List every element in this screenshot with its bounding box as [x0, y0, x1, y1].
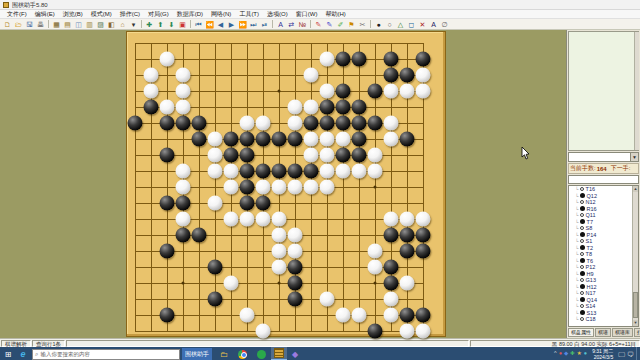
tree-branch-icon: └ — [575, 245, 579, 251]
white-stone[interactable] — [224, 180, 239, 195]
black-stone[interactable] — [128, 116, 143, 131]
move-coordinate: G13 — [586, 277, 596, 283]
toolbar-icon[interactable]: ▶ — [227, 20, 237, 29]
toolbar-icon[interactable]: ▦ — [52, 20, 62, 29]
black-stone[interactable] — [192, 116, 207, 131]
black-stone[interactable] — [272, 132, 287, 147]
tree-branch-icon: └ — [575, 271, 579, 277]
black-stone-icon — [580, 258, 585, 263]
white-stone[interactable] — [400, 84, 415, 99]
black-stone-icon — [580, 297, 585, 302]
white-stone[interactable] — [384, 292, 399, 307]
black-stone[interactable] — [256, 196, 271, 211]
scroll-up-icon[interactable]: ▲ — [633, 186, 638, 192]
black-stone[interactable] — [400, 228, 415, 243]
black-stone[interactable] — [176, 196, 191, 211]
star-point — [278, 282, 281, 285]
tree-branch-icon: └ — [575, 206, 579, 212]
black-stone[interactable] — [416, 228, 431, 243]
toolbar-icon[interactable]: ⬇ — [167, 20, 177, 29]
white-stone[interactable] — [384, 212, 399, 227]
white-stone[interactable] — [272, 244, 287, 259]
black-stone[interactable] — [336, 116, 351, 131]
white-stone[interactable] — [176, 212, 191, 227]
toolbar-icon[interactable]: 🖫 — [25, 20, 35, 29]
toolbar-icon[interactable]: ⚑ — [347, 20, 357, 29]
white-stone[interactable] — [176, 68, 191, 83]
tree-branch-icon: └ — [575, 212, 579, 218]
white-stone[interactable] — [336, 164, 351, 179]
toolbar-icon[interactable]: ⬆ — [156, 20, 166, 29]
move-coordinate: T16 — [586, 186, 595, 192]
tree-branch-icon: └ — [575, 219, 579, 225]
tray-chevron-icon[interactable]: ^ — [554, 351, 557, 357]
black-stone-icon — [580, 310, 585, 315]
toolbar-icon[interactable]: 🖶 — [36, 20, 46, 29]
notification-icon[interactable]: 🗨 — [627, 351, 634, 358]
toolbar-icon[interactable]: ⏩ — [238, 20, 248, 29]
black-stone[interactable] — [384, 228, 399, 243]
start-button[interactable]: ⊞ — [0, 347, 16, 360]
menu-item[interactable]: 窗口(W) — [292, 11, 322, 17]
white-stone[interactable] — [368, 244, 383, 259]
menu-bar: 文件(F)编辑(E)浏览(B)模式(M)操作(C)对局(G)数据库(D)网络(N… — [0, 10, 640, 19]
toolbar-icon[interactable]: ◫ — [74, 20, 84, 29]
white-stone[interactable] — [224, 164, 239, 179]
white-stone[interactable] — [304, 100, 319, 115]
move-coordinate: C18 — [586, 316, 596, 322]
tray-icon[interactable]: ● — [559, 351, 562, 357]
tray-icon[interactable]: ◆ — [564, 351, 568, 357]
toolbar-icon[interactable]: 🗁 — [14, 20, 24, 29]
menu-item[interactable]: 工具(T) — [235, 11, 263, 17]
tree-branch-icon: └ — [575, 277, 579, 283]
black-stone[interactable] — [240, 132, 255, 147]
next-move-input[interactable] — [568, 175, 639, 184]
menu-item[interactable]: 编辑(E) — [31, 11, 59, 17]
tree-branch-icon: └ — [575, 232, 579, 238]
tree-branch-icon: └ — [575, 193, 579, 199]
white-stone[interactable] — [384, 84, 399, 99]
white-stone[interactable] — [272, 180, 287, 195]
game-info-list[interactable] — [568, 31, 639, 151]
white-stone[interactable] — [416, 68, 431, 83]
board-grid[interactable] — [135, 43, 424, 332]
black-stone[interactable] — [336, 148, 351, 163]
status-bar: 棋谱解析 查询行1条 黑 89.00 白 94.00 实际 6+5=+11目 — [0, 338, 640, 347]
current-move-label: 当前手数: — [570, 164, 596, 173]
toolbar-icon[interactable]: ○ — [385, 20, 395, 29]
toolbar-icon[interactable]: ∅ — [440, 20, 450, 29]
white-stone[interactable] — [304, 68, 319, 83]
window-title: 围棋助手5.80 — [12, 2, 48, 8]
black-stone[interactable] — [160, 116, 175, 131]
white-stone[interactable] — [320, 292, 335, 307]
toolbar-icon[interactable]: ⏮ — [194, 20, 204, 29]
menu-item[interactable]: 模式(M) — [87, 11, 116, 17]
black-stone[interactable] — [256, 132, 271, 147]
green-app-icon[interactable] — [257, 350, 266, 359]
folder-icon[interactable]: 🗀 — [215, 347, 233, 360]
menu-item[interactable]: 文件(F) — [3, 11, 31, 17]
menu-item[interactable]: 浏览(B) — [59, 11, 87, 17]
title-bar: 围棋助手5.80 — [0, 0, 640, 10]
white-stone[interactable] — [304, 132, 319, 147]
black-stone-icon — [580, 193, 585, 198]
black-stone[interactable] — [352, 52, 367, 67]
move-list-scrollbar[interactable]: ▲ ▼ — [632, 186, 638, 326]
chrome-icon[interactable] — [238, 350, 247, 359]
white-stone[interactable] — [384, 308, 399, 323]
move-coordinate: Q14 — [587, 297, 597, 303]
black-stone[interactable] — [400, 132, 415, 147]
toolbar-icon[interactable]: ◧ — [107, 20, 117, 29]
black-stone[interactable] — [288, 132, 303, 147]
black-stone[interactable] — [240, 180, 255, 195]
white-stone[interactable] — [256, 116, 271, 131]
go-board[interactable] — [126, 31, 446, 337]
toolbar-icon[interactable]: ⏪ — [205, 20, 215, 29]
variation-dropdown[interactable]: ▼ — [568, 152, 639, 162]
toolbar-icon[interactable]: ◀ — [216, 20, 226, 29]
taskbar-search[interactable]: ⌕ 输入你要搜索的内容 — [32, 349, 180, 360]
move-coordinate: S1 — [586, 238, 593, 244]
black-stone[interactable] — [240, 196, 255, 211]
black-stone[interactable] — [320, 116, 335, 131]
white-stone[interactable] — [240, 212, 255, 227]
toolbar-icon[interactable]: ⇄ — [287, 20, 297, 29]
white-stone[interactable] — [176, 100, 191, 115]
black-stone[interactable] — [144, 100, 159, 115]
toolbar-icon[interactable]: ⏯ — [260, 20, 270, 29]
star-point — [182, 282, 185, 285]
move-coordinate: Q11 — [586, 212, 596, 218]
white-stone[interactable] — [320, 180, 335, 195]
toolbar-separator — [190, 20, 191, 28]
toolbar-separator — [48, 20, 49, 28]
white-stone[interactable] — [320, 164, 335, 179]
black-stone[interactable] — [256, 164, 271, 179]
black-stone[interactable] — [416, 244, 431, 259]
star-point — [278, 90, 281, 93]
black-stone[interactable] — [384, 68, 399, 83]
black-stone[interactable] — [208, 260, 223, 275]
white-stone[interactable] — [304, 180, 319, 195]
tree-branch-icon: └ — [575, 284, 579, 290]
move-list-item[interactable]: └C18 — [569, 316, 638, 323]
menu-item[interactable]: 网络(N) — [207, 11, 235, 17]
mouse-cursor — [521, 147, 530, 160]
toolbar-icon[interactable]: △ — [396, 20, 406, 29]
white-stone[interactable] — [160, 100, 175, 115]
white-stone[interactable] — [256, 324, 271, 339]
menu-item[interactable]: 帮助(H) — [321, 11, 349, 17]
toolbar-icon[interactable]: ⌂ — [118, 20, 128, 29]
move-coordinate: S14 — [586, 303, 596, 309]
toolbar-icon[interactable]: ✂ — [358, 20, 368, 29]
black-stone[interactable] — [160, 244, 175, 259]
white-stone[interactable] — [384, 116, 399, 131]
white-stone[interactable] — [400, 276, 415, 291]
black-stone[interactable] — [288, 260, 303, 275]
active-app-tile[interactable]: 围棋助手 — [182, 348, 212, 360]
white-stone-icon — [580, 252, 584, 256]
panel-tab[interactable]: 棋盘属性 — [568, 328, 594, 337]
scroll-down-icon[interactable]: ▼ — [633, 320, 638, 326]
white-stone[interactable] — [208, 196, 223, 211]
white-stone[interactable] — [208, 164, 223, 179]
black-stone-icon — [580, 219, 585, 224]
white-stone[interactable] — [416, 84, 431, 99]
tray-icon[interactable]: ● — [584, 351, 587, 357]
white-stone[interactable] — [368, 148, 383, 163]
black-stone[interactable] — [368, 84, 383, 99]
white-stone[interactable] — [304, 148, 319, 163]
white-stone-icon — [580, 278, 584, 282]
clock-date: 2024/3/5 — [594, 354, 613, 360]
black-stone[interactable] — [400, 244, 415, 259]
black-stone-icon — [580, 245, 585, 250]
white-stone-icon — [580, 304, 584, 308]
white-stone[interactable] — [272, 228, 287, 243]
black-stone[interactable] — [176, 116, 191, 131]
menu-item[interactable]: 对局(G) — [144, 11, 173, 17]
black-stone[interactable] — [208, 292, 223, 307]
taskbar-clock[interactable]: 9:31 周二 2024/3/5 — [592, 348, 613, 360]
search-placeholder: 输入你要搜索的内容 — [40, 351, 90, 358]
black-stone[interactable] — [304, 164, 319, 179]
white-stone[interactable] — [320, 132, 335, 147]
tree-branch-icon: └ — [575, 316, 579, 322]
black-stone[interactable] — [160, 196, 175, 211]
toolbar-icon[interactable]: A — [276, 20, 286, 29]
tree-branch-icon: └ — [575, 225, 579, 231]
tree-branch-icon: └ — [575, 264, 579, 270]
black-stone[interactable] — [288, 276, 303, 291]
move-coordinate: P14 — [587, 232, 597, 238]
toolbar-icon[interactable]: ⏭ — [249, 20, 259, 29]
black-stone[interactable] — [368, 324, 383, 339]
black-stone[interactable] — [352, 132, 367, 147]
tablet-icon[interactable]: 🖵 — [618, 351, 625, 358]
white-stone[interactable] — [208, 132, 223, 147]
black-stone[interactable] — [368, 116, 383, 131]
toolbar-icon[interactable]: ● — [374, 20, 384, 29]
white-stone-icon — [580, 265, 584, 269]
white-stone[interactable] — [208, 148, 223, 163]
tray-icon[interactable]: ✚ — [570, 351, 575, 357]
white-stone-icon — [580, 239, 584, 243]
toolbar-icon[interactable]: ✕ — [418, 20, 428, 29]
white-stone[interactable] — [288, 244, 303, 259]
black-stone[interactable] — [352, 148, 367, 163]
black-stone[interactable] — [400, 68, 415, 83]
tree-branch-icon: └ — [575, 290, 579, 296]
black-stone[interactable] — [352, 100, 367, 115]
toolbar-icon[interactable]: ✐ — [336, 20, 346, 29]
black-stone[interactable] — [288, 292, 303, 307]
black-stone-icon — [580, 284, 585, 289]
white-stone[interactable] — [336, 308, 351, 323]
white-stone[interactable] — [320, 84, 335, 99]
white-stone[interactable] — [176, 164, 191, 179]
tree-branch-icon: └ — [575, 258, 579, 264]
goban-icon — [274, 348, 284, 358]
move-tree-list[interactable]: ▲ ▼ └T16└Q12└N12└R16└Q11└T7└S8└P14└S1└T2… — [568, 185, 639, 327]
black-stone[interactable] — [336, 84, 351, 99]
tree-branch-icon: └ — [575, 199, 579, 205]
white-stone[interactable] — [288, 100, 303, 115]
white-stone[interactable] — [416, 212, 431, 227]
toolbar-icon[interactable]: ▨ — [96, 20, 106, 29]
white-stone-icon — [580, 213, 584, 217]
edge-icon[interactable]: e — [16, 347, 30, 360]
black-stone[interactable] — [352, 116, 367, 131]
white-stone-icon — [580, 317, 584, 321]
tree-branch-icon: └ — [575, 297, 579, 303]
toolbar-icon[interactable]: ▤ — [63, 20, 73, 29]
move-coordinate: P12 — [586, 264, 596, 270]
next-move-label: 下一手: — [611, 164, 631, 173]
black-stone[interactable] — [416, 308, 431, 323]
white-stone[interactable] — [352, 164, 367, 179]
black-stone[interactable] — [224, 132, 239, 147]
white-stone[interactable] — [240, 308, 255, 323]
panel-tab[interactable]: 棋谱 — [595, 328, 611, 337]
windows-taskbar: ⊞ e ⌕ 输入你要搜索的内容 围棋助手 🗀 ◆ ^ ●◆✚★● 9:31 周二… — [0, 347, 640, 360]
toolbar-separator — [310, 20, 311, 28]
move-coordinate: S8 — [586, 225, 593, 231]
black-stone[interactable] — [240, 148, 255, 163]
status-left: 棋谱解析 — [1, 340, 31, 347]
toolbar-separator — [141, 20, 142, 28]
scrollbar-thumb[interactable] — [633, 292, 638, 318]
white-stone[interactable] — [144, 84, 159, 99]
toolbar-icon[interactable]: ▾ — [129, 20, 139, 29]
white-stone[interactable] — [224, 212, 239, 227]
toolbar-icon[interactable]: 🗋 — [3, 20, 13, 29]
white-stone[interactable] — [320, 148, 335, 163]
tree-branch-icon: └ — [575, 186, 579, 192]
toolbar-icon[interactable]: № — [298, 20, 308, 29]
black-stone[interactable] — [192, 228, 207, 243]
black-stone[interactable] — [416, 52, 431, 67]
move-coordinate: T8 — [586, 251, 592, 257]
white-stone[interactable] — [288, 180, 303, 195]
move-coordinate: S13 — [587, 310, 597, 316]
menu-item[interactable]: 操作(C) — [116, 11, 144, 17]
toolbar-icon[interactable]: ◻ — [407, 20, 417, 29]
black-stone[interactable] — [240, 164, 255, 179]
move-coordinate: H12 — [587, 284, 597, 290]
white-stone[interactable] — [352, 308, 367, 323]
white-stone[interactable] — [368, 260, 383, 275]
star-point — [374, 282, 377, 285]
white-stone[interactable] — [288, 116, 303, 131]
white-stone[interactable] — [176, 180, 191, 195]
toolbar-separator — [272, 20, 273, 28]
status-query: 查询行1条 — [32, 340, 65, 347]
panel-tabs: 棋盘属性棋谱棋谱库打印 — [567, 327, 640, 338]
black-stone-icon — [580, 232, 585, 237]
move-coordinate: N12 — [586, 199, 596, 205]
white-stone[interactable] — [160, 52, 175, 67]
toolbar-icon[interactable]: ▣ — [178, 20, 188, 29]
toolbar-icon[interactable]: A — [429, 20, 439, 29]
tree-branch-icon: └ — [575, 238, 579, 244]
black-stone[interactable] — [384, 52, 399, 67]
black-stone[interactable] — [224, 148, 239, 163]
white-stone[interactable] — [416, 324, 431, 339]
tray-icon[interactable]: ★ — [577, 351, 582, 357]
white-stone-icon — [580, 226, 584, 230]
go-app-taskbar-icon[interactable] — [271, 347, 287, 360]
white-stone[interactable] — [256, 212, 271, 227]
white-stone[interactable] — [336, 132, 351, 147]
game-info-scrollbar[interactable] — [634, 32, 639, 150]
black-stone[interactable] — [336, 52, 351, 67]
menu-item[interactable]: 选项(O) — [263, 11, 292, 17]
white-stone[interactable] — [256, 180, 271, 195]
black-stone[interactable] — [288, 164, 303, 179]
white-stone[interactable] — [400, 324, 415, 339]
panel-tab[interactable]: 打印 — [634, 328, 640, 337]
menu-item[interactable]: 数据库(D) — [173, 11, 207, 17]
white-stone[interactable] — [400, 212, 415, 227]
purple-app-icon[interactable]: ◆ — [287, 350, 303, 359]
move-coordinate: T6 — [587, 258, 593, 264]
current-move-number: 164 — [597, 166, 607, 172]
toolbar-icon[interactable]: ✎ — [325, 20, 335, 29]
panel-tab[interactable]: 棋谱库 — [612, 328, 633, 337]
move-coordinate: T7 — [587, 219, 593, 225]
toolbar-icon[interactable]: ✚ — [145, 20, 155, 29]
white-stone[interactable] — [368, 164, 383, 179]
white-stone[interactable] — [272, 212, 287, 227]
white-stone[interactable] — [384, 132, 399, 147]
move-coordinate: R16 — [587, 206, 597, 212]
black-stone[interactable] — [272, 164, 287, 179]
chevron-down-icon[interactable]: ▼ — [630, 153, 638, 161]
black-stone[interactable] — [160, 148, 175, 163]
toolbar-icon[interactable]: ▥ — [85, 20, 95, 29]
black-stone[interactable] — [160, 308, 175, 323]
move-coordinate: Q12 — [587, 193, 597, 199]
white-stone[interactable] — [144, 68, 159, 83]
black-stone[interactable] — [400, 308, 415, 323]
white-stone[interactable] — [176, 84, 191, 99]
black-stone[interactable] — [304, 116, 319, 131]
system-tray: ^ ●◆✚★● 9:31 周二 2024/3/5 🖵 🗨 — [554, 347, 640, 360]
white-stone[interactable] — [240, 116, 255, 131]
star-point — [374, 186, 377, 189]
white-stone[interactable] — [272, 260, 287, 275]
white-stone[interactable] — [320, 52, 335, 67]
toolbar-separator — [370, 20, 371, 28]
black-stone[interactable] — [384, 276, 399, 291]
black-stone[interactable] — [320, 100, 335, 115]
black-stone[interactable] — [192, 132, 207, 147]
white-stone[interactable] — [288, 228, 303, 243]
black-stone[interactable] — [336, 100, 351, 115]
black-stone[interactable] — [384, 260, 399, 275]
right-panel: ▼ 当前手数: 164 下一手: ▲ ▼ └T16└Q12└N12└R16└Q1… — [566, 30, 640, 338]
toolbar-icon[interactable]: ✎ — [314, 20, 324, 29]
black-stone[interactable] — [176, 228, 191, 243]
white-stone[interactable] — [224, 276, 239, 291]
toolbar: 🗋🗁🖫🖶▦▤◫▥▨◧⌂▾✚⬆⬇▣⏮⏪◀▶⏩⏭⏯A⇄№✎✎✐⚑✂●○△◻✕A∅ — [0, 19, 640, 30]
show-desktop-button[interactable] — [636, 347, 638, 360]
